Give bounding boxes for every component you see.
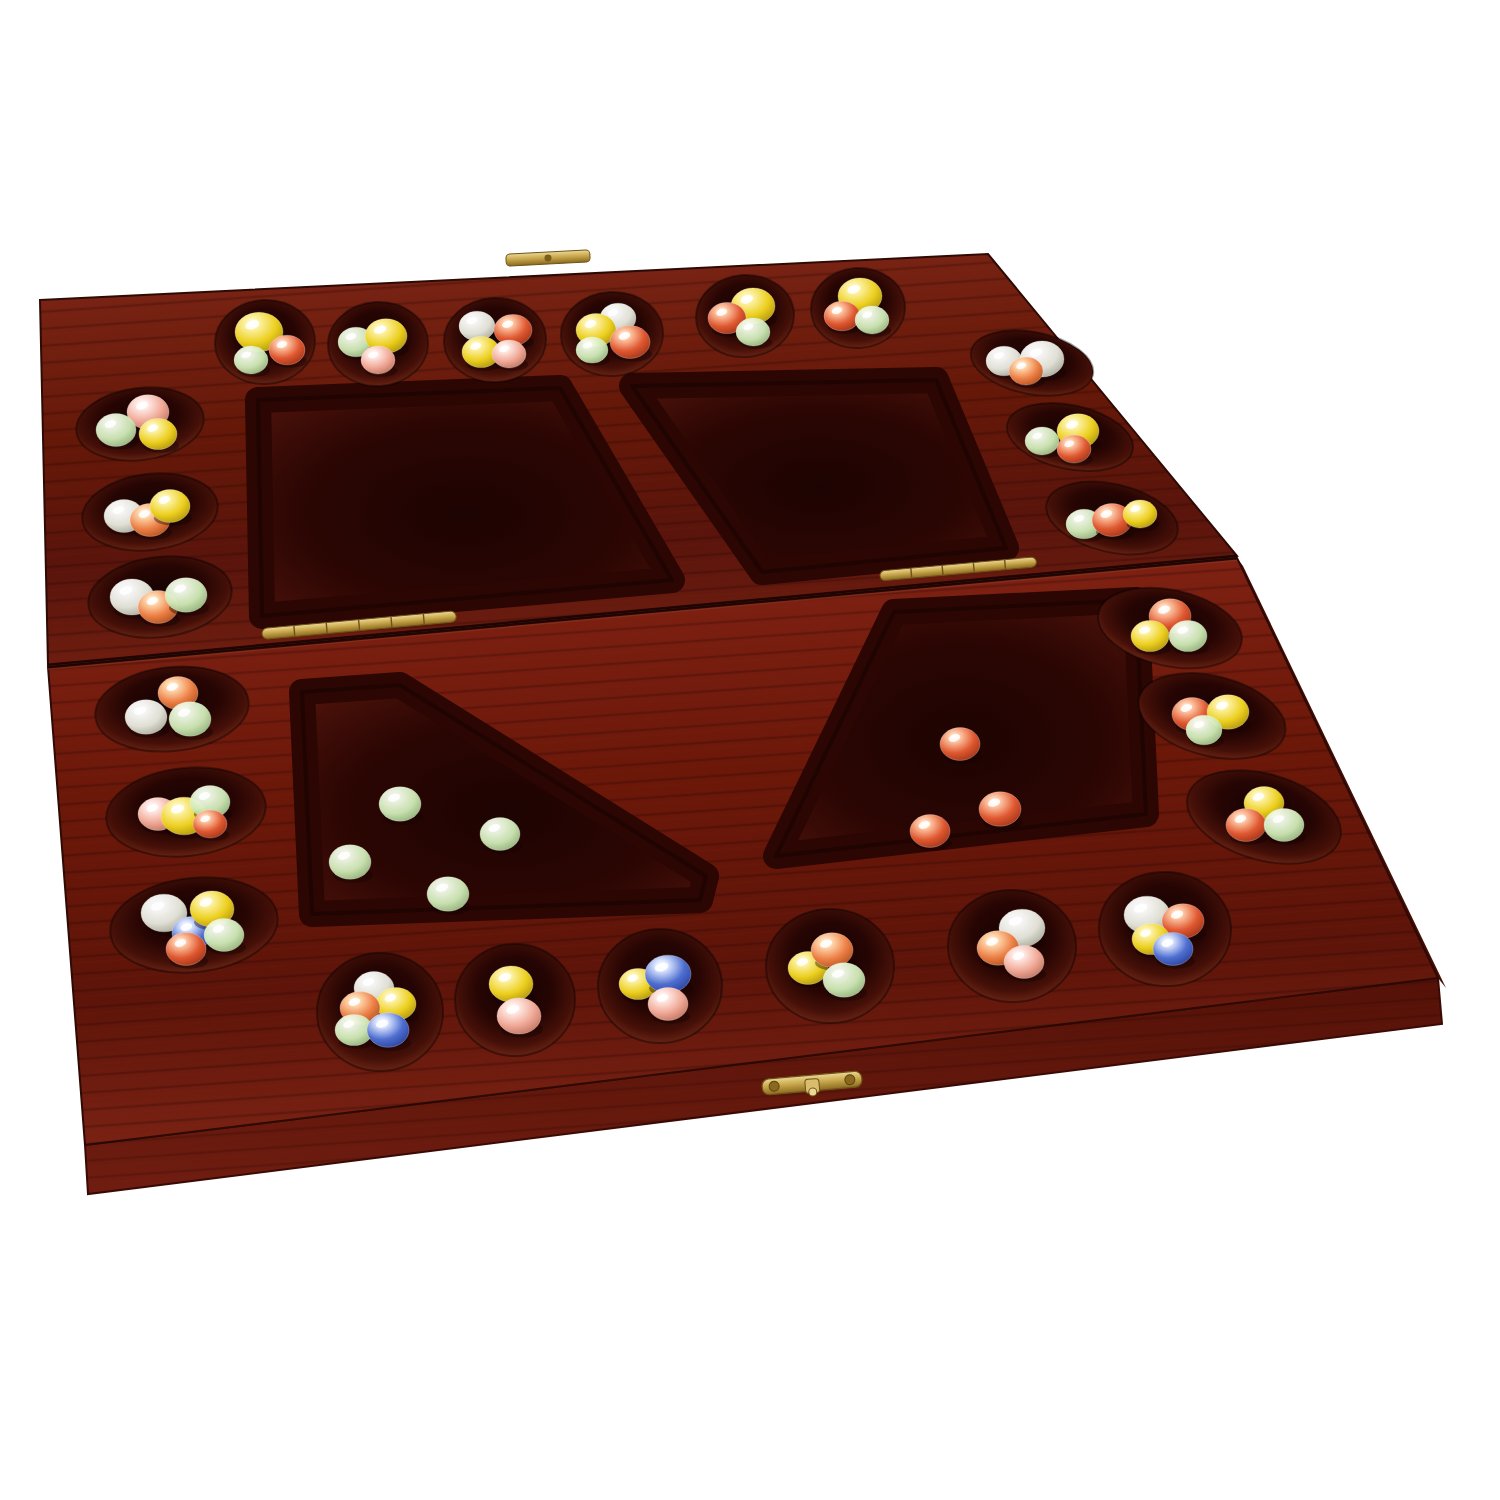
- stone-pink: [497, 998, 541, 1034]
- clasp-screw-left: [769, 1081, 780, 1092]
- stone-green: [855, 306, 889, 334]
- stone-green: [480, 818, 520, 851]
- stone-pink: [648, 988, 688, 1021]
- stone-green: [736, 318, 770, 346]
- brass-latch-top-edge: [506, 250, 591, 266]
- stone-red: [610, 326, 650, 359]
- stone-green: [576, 337, 608, 363]
- stone-green: [169, 702, 211, 736]
- mancala-board: [0, 0, 1500, 1500]
- stone-green: [329, 845, 371, 879]
- stone-red: [940, 728, 980, 761]
- stone-clear: [125, 700, 167, 734]
- stone-green: [427, 877, 469, 911]
- stone-pink: [1004, 946, 1044, 979]
- stone-pink: [492, 340, 526, 368]
- hinge-segment-line: [423, 614, 424, 625]
- pit-bottom-4[interactable]: [766, 909, 894, 1023]
- pit-bottom-3[interactable]: [598, 929, 722, 1043]
- stone-blue: [1153, 933, 1193, 966]
- hinge-segment-line: [294, 626, 295, 637]
- stone-red: [193, 810, 227, 838]
- stone-red: [1226, 809, 1266, 842]
- stone-yellow: [150, 490, 190, 523]
- stone-red: [979, 792, 1021, 826]
- hinge-segment-line: [973, 562, 974, 572]
- product-photo-scene: [0, 0, 1500, 1500]
- hinge-segment-line: [359, 620, 360, 631]
- stone-green: [379, 787, 421, 821]
- stone-green: [1186, 715, 1222, 745]
- stone-green: [823, 963, 865, 997]
- stone-yellow: [1131, 620, 1169, 651]
- stone-green: [204, 919, 244, 952]
- hinge-segment-line: [391, 617, 392, 628]
- stone-pink: [361, 346, 395, 374]
- stone-red: [910, 815, 950, 848]
- hinge-segment-line: [326, 623, 327, 634]
- stone-green: [1025, 427, 1059, 455]
- stone-green: [1169, 620, 1207, 651]
- stone-yellow: [139, 418, 177, 449]
- stone-blue: [367, 1013, 409, 1047]
- clasp-knob: [808, 1088, 817, 1097]
- stone-green: [1264, 809, 1304, 842]
- hinge-segment-line: [1005, 560, 1006, 570]
- stone-yellow: [1123, 500, 1157, 528]
- stone-green: [96, 414, 136, 447]
- hinge-segment-line: [942, 565, 943, 575]
- stone-red: [269, 335, 305, 365]
- stone-green: [234, 346, 268, 374]
- stone-orange: [811, 933, 853, 967]
- stone-orange: [1009, 357, 1043, 385]
- pit-bottom-2[interactable]: [455, 944, 575, 1056]
- stone-red: [1057, 435, 1091, 463]
- clasp-screw-right: [844, 1074, 855, 1085]
- stone-yellow: [489, 966, 533, 1002]
- pit-bottom-1[interactable]: [317, 953, 443, 1071]
- hinge-segment-line: [911, 568, 912, 578]
- stone-red: [824, 301, 860, 331]
- stone-red: [166, 933, 206, 966]
- stone-green: [165, 578, 207, 612]
